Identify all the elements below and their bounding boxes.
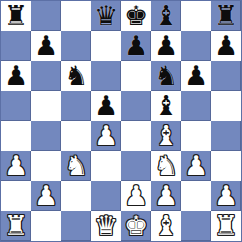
piece-white-pawn[interactable]: ♟︎ xyxy=(1,151,31,181)
square-h4[interactable] xyxy=(211,121,241,151)
piece-white-bishop[interactable]: ♝︎ xyxy=(151,121,181,151)
square-a2[interactable] xyxy=(1,181,31,211)
piece-white-pawn[interactable]: ♟︎ xyxy=(121,181,151,211)
piece-white-rook[interactable]: ♜︎ xyxy=(1,211,31,241)
piece-white-rook[interactable]: ♜︎ xyxy=(211,211,241,241)
square-h6[interactable] xyxy=(211,61,241,91)
piece-black-queen[interactable]: ♛︎ xyxy=(91,1,121,31)
square-e7[interactable]: ♟︎ xyxy=(121,31,151,61)
piece-black-pawn[interactable]: ♟︎ xyxy=(151,31,181,61)
piece-black-pawn[interactable]: ♟︎ xyxy=(211,31,241,61)
piece-black-rook[interactable]: ♜︎ xyxy=(1,1,31,31)
piece-white-pawn[interactable]: ♟︎ xyxy=(211,181,241,211)
square-g8[interactable] xyxy=(181,1,211,31)
square-c5[interactable] xyxy=(61,91,91,121)
square-e2[interactable]: ♟︎ xyxy=(121,181,151,211)
square-a6[interactable]: ♟︎ xyxy=(1,61,31,91)
square-a4[interactable] xyxy=(1,121,31,151)
square-c7[interactable] xyxy=(61,31,91,61)
square-a8[interactable]: ♜︎ xyxy=(1,1,31,31)
chess-board: ♜︎♛︎♚︎♝︎♜︎♟︎♟︎♟︎♟︎♟︎♞︎♞︎♟︎♟︎♝︎♟︎♝︎♟︎♞︎♞︎… xyxy=(0,0,242,242)
piece-black-knight[interactable]: ♞︎ xyxy=(61,61,91,91)
piece-white-knight[interactable]: ♞︎ xyxy=(151,151,181,181)
square-e6[interactable] xyxy=(121,61,151,91)
square-c6[interactable]: ♞︎ xyxy=(61,61,91,91)
piece-white-bishop[interactable]: ♝︎ xyxy=(151,211,181,241)
square-a3[interactable]: ♟︎ xyxy=(1,151,31,181)
square-c8[interactable] xyxy=(61,1,91,31)
square-b2[interactable]: ♟︎ xyxy=(31,181,61,211)
square-a5[interactable] xyxy=(1,91,31,121)
piece-black-pawn[interactable]: ♟︎ xyxy=(181,61,211,91)
square-g1[interactable] xyxy=(181,211,211,241)
square-f7[interactable]: ♟︎ xyxy=(151,31,181,61)
square-e1[interactable]: ♚︎ xyxy=(121,211,151,241)
square-d7[interactable] xyxy=(91,31,121,61)
square-a1[interactable]: ♜︎ xyxy=(1,211,31,241)
piece-white-king[interactable]: ♚︎ xyxy=(121,211,151,241)
square-g6[interactable]: ♟︎ xyxy=(181,61,211,91)
square-b5[interactable] xyxy=(31,91,61,121)
square-c2[interactable] xyxy=(61,181,91,211)
piece-black-pawn[interactable]: ♟︎ xyxy=(91,91,121,121)
square-g3[interactable]: ♟︎ xyxy=(181,151,211,181)
square-c3[interactable]: ♞︎ xyxy=(61,151,91,181)
square-g7[interactable] xyxy=(181,31,211,61)
piece-black-bishop[interactable]: ♝︎ xyxy=(151,91,181,121)
square-g4[interactable] xyxy=(181,121,211,151)
square-c4[interactable] xyxy=(61,121,91,151)
square-d3[interactable] xyxy=(91,151,121,181)
piece-white-pawn[interactable]: ♟︎ xyxy=(91,121,121,151)
piece-white-knight[interactable]: ♞︎ xyxy=(61,151,91,181)
piece-black-pawn[interactable]: ♟︎ xyxy=(121,31,151,61)
square-g5[interactable] xyxy=(181,91,211,121)
square-b6[interactable] xyxy=(31,61,61,91)
square-d5[interactable]: ♟︎ xyxy=(91,91,121,121)
piece-black-bishop[interactable]: ♝︎ xyxy=(151,1,181,31)
piece-black-rook[interactable]: ♜︎ xyxy=(211,1,241,31)
square-b1[interactable] xyxy=(31,211,61,241)
piece-black-knight[interactable]: ♞︎ xyxy=(151,61,181,91)
piece-black-pawn[interactable]: ♟︎ xyxy=(31,31,61,61)
square-d8[interactable]: ♛︎ xyxy=(91,1,121,31)
square-c1[interactable] xyxy=(61,211,91,241)
square-h7[interactable]: ♟︎ xyxy=(211,31,241,61)
square-g2[interactable] xyxy=(181,181,211,211)
square-h2[interactable]: ♟︎ xyxy=(211,181,241,211)
piece-white-pawn[interactable]: ♟︎ xyxy=(31,181,61,211)
square-d1[interactable]: ♛︎ xyxy=(91,211,121,241)
square-h1[interactable]: ♜︎ xyxy=(211,211,241,241)
square-h8[interactable]: ♜︎ xyxy=(211,1,241,31)
square-f6[interactable]: ♞︎ xyxy=(151,61,181,91)
piece-white-pawn[interactable]: ♟︎ xyxy=(181,151,211,181)
square-a7[interactable] xyxy=(1,31,31,61)
square-d2[interactable] xyxy=(91,181,121,211)
square-b7[interactable]: ♟︎ xyxy=(31,31,61,61)
square-f2[interactable]: ♟︎ xyxy=(151,181,181,211)
square-e3[interactable] xyxy=(121,151,151,181)
square-f8[interactable]: ♝︎ xyxy=(151,1,181,31)
square-f3[interactable]: ♞︎ xyxy=(151,151,181,181)
square-f5[interactable]: ♝︎ xyxy=(151,91,181,121)
square-f4[interactable]: ♝︎ xyxy=(151,121,181,151)
square-h5[interactable] xyxy=(211,91,241,121)
square-f1[interactable]: ♝︎ xyxy=(151,211,181,241)
square-h3[interactable] xyxy=(211,151,241,181)
piece-black-pawn[interactable]: ♟︎ xyxy=(1,61,31,91)
square-e4[interactable] xyxy=(121,121,151,151)
square-b4[interactable] xyxy=(31,121,61,151)
square-d4[interactable]: ♟︎ xyxy=(91,121,121,151)
piece-black-king[interactable]: ♚︎ xyxy=(121,1,151,31)
square-b3[interactable] xyxy=(31,151,61,181)
piece-white-pawn[interactable]: ♟︎ xyxy=(151,181,181,211)
square-d6[interactable] xyxy=(91,61,121,91)
square-e8[interactable]: ♚︎ xyxy=(121,1,151,31)
square-e5[interactable] xyxy=(121,91,151,121)
piece-white-queen[interactable]: ♛︎ xyxy=(91,211,121,241)
square-b8[interactable] xyxy=(31,1,61,31)
